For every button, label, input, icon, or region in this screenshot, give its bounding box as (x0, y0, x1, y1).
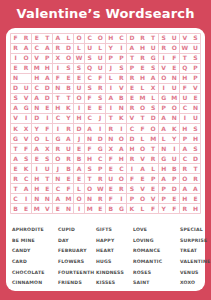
grid-cell[interactable]: F (106, 194, 116, 204)
grid-cell[interactable]: Y (32, 124, 42, 134)
grid-cell[interactable]: H (42, 64, 52, 74)
grid-cell[interactable]: A (180, 144, 190, 154)
grid-cell[interactable]: O (74, 94, 84, 104)
grid-cell[interactable]: M (148, 134, 158, 144)
grid-cell[interactable]: E (106, 184, 116, 194)
grid-cell[interactable]: A (137, 164, 147, 174)
grid-cell[interactable]: T (106, 114, 116, 124)
grid-cell[interactable]: P (190, 74, 200, 84)
grid-cell[interactable]: R (21, 34, 31, 44)
grid-cell[interactable]: E (32, 34, 42, 44)
grid-cell[interactable]: Q (180, 64, 190, 74)
grid-cell[interactable]: E (42, 104, 52, 114)
grid-cell[interactable]: C (95, 154, 105, 164)
grid-cell[interactable]: N (85, 194, 95, 204)
grid-cell[interactable]: R (21, 64, 31, 74)
grid-cell[interactable]: G (21, 104, 31, 114)
grid-cell[interactable]: N (32, 104, 42, 114)
grid-cell[interactable]: O (137, 104, 147, 114)
grid-cell[interactable]: T (42, 174, 52, 184)
grid-cell[interactable]: K (63, 104, 73, 114)
grid-cell[interactable]: O (169, 104, 179, 114)
grid-cell[interactable]: W (180, 44, 190, 54)
grid-cell[interactable]: R (11, 44, 21, 54)
grid-cell[interactable]: C (85, 74, 95, 84)
grid-cell[interactable]: R (53, 44, 63, 54)
grid-cell[interactable]: A (127, 44, 137, 54)
grid-cell[interactable]: M (85, 204, 95, 214)
grid-cell[interactable]: Y (106, 44, 116, 54)
grid-cell[interactable]: E (190, 94, 200, 104)
grid-cell[interactable]: D (63, 44, 73, 54)
grid-cell[interactable]: A (159, 114, 169, 124)
grid-cell[interactable]: F (106, 154, 116, 164)
grid-cell[interactable]: E (95, 104, 105, 114)
grid-cell[interactable]: U (169, 154, 179, 164)
grid-cell[interactable]: A (148, 74, 158, 84)
grid-cell[interactable]: C (85, 114, 95, 124)
grid-cell[interactable]: O (169, 44, 179, 54)
grid-cell[interactable]: X (148, 84, 158, 94)
grid-cell[interactable]: P (106, 54, 116, 64)
grid-cell[interactable]: B (63, 84, 73, 94)
grid-cell[interactable]: M (169, 94, 179, 104)
grid-cell[interactable]: O (74, 194, 84, 204)
grid-cell[interactable]: O (116, 174, 126, 184)
grid-cell[interactable]: Q (85, 64, 95, 74)
grid-cell[interactable]: R (180, 204, 190, 214)
grid-cell[interactable]: D (32, 114, 42, 124)
grid-cell[interactable]: E (169, 194, 179, 204)
grid-cell[interactable]: T (148, 144, 158, 154)
grid-cell[interactable]: C (11, 194, 21, 204)
grid-cell[interactable]: E (63, 174, 73, 184)
grid-cell[interactable]: O (85, 184, 95, 194)
grid-cell[interactable]: V (116, 84, 126, 94)
grid-cell[interactable]: H (190, 134, 200, 144)
grid-cell[interactable]: O (159, 74, 169, 84)
grid-cell[interactable]: J (74, 134, 84, 144)
grid-cell[interactable]: T (148, 34, 158, 44)
grid-cell[interactable]: S (190, 124, 200, 134)
grid-cell[interactable]: Y (63, 114, 73, 124)
grid-cell[interactable]: E (11, 64, 21, 74)
grid-cell[interactable]: T (11, 144, 21, 154)
grid-cell[interactable]: F (21, 144, 31, 154)
grid-cell[interactable]: I (116, 194, 126, 204)
grid-cell[interactable]: R (190, 174, 200, 184)
grid-cell[interactable]: O (137, 194, 147, 204)
grid-cell[interactable]: R (127, 154, 137, 164)
grid-cell[interactable]: S (148, 104, 158, 114)
grid-cell[interactable]: A (11, 154, 21, 164)
grid-cell[interactable]: C (180, 104, 190, 114)
grid-cell[interactable]: R (116, 184, 126, 194)
grid-cell[interactable]: S (42, 154, 52, 164)
grid-cell[interactable]: I (53, 124, 63, 134)
grid-cell[interactable]: E (95, 204, 105, 214)
grid-cell[interactable]: U (180, 94, 190, 104)
grid-cell[interactable]: R (127, 104, 137, 114)
grid-cell[interactable]: N (32, 194, 42, 204)
grid-cell[interactable]: L (137, 84, 147, 94)
grid-cell[interactable]: I (21, 194, 31, 204)
grid-cell[interactable]: A (21, 44, 31, 54)
grid-cell[interactable]: G (95, 144, 105, 154)
grid-cell[interactable]: L (137, 204, 147, 214)
grid-cell[interactable]: A (74, 164, 84, 174)
grid-cell[interactable]: F (42, 124, 52, 134)
grid-cell[interactable]: I (116, 44, 126, 54)
grid-cell[interactable]: H (32, 184, 42, 194)
grid-cell[interactable]: B (63, 164, 73, 174)
grid-cell[interactable]: N (116, 104, 126, 114)
grid-cell[interactable]: S (74, 64, 84, 74)
grid-cell[interactable]: S (190, 34, 200, 44)
grid-cell[interactable]: T (190, 164, 200, 174)
grid-cell[interactable]: S (85, 164, 95, 174)
grid-cell[interactable]: B (11, 204, 21, 214)
grid-cell[interactable]: L (137, 134, 147, 144)
grid-cell[interactable]: I (180, 114, 190, 124)
grid-cell[interactable]: H (116, 154, 126, 164)
grid-cell[interactable]: F (95, 74, 105, 84)
grid-cell[interactable]: O (95, 34, 105, 44)
grid-cell[interactable]: R (137, 54, 147, 64)
grid-cell[interactable]: P (42, 54, 52, 64)
grid-cell[interactable]: W (74, 54, 84, 64)
grid-cell[interactable]: V (159, 64, 169, 74)
grid-cell[interactable]: K (169, 124, 179, 134)
grid-cell[interactable]: T (137, 114, 147, 124)
grid-cell[interactable]: S (11, 94, 21, 104)
grid-cell[interactable]: I (21, 114, 31, 124)
grid-cell[interactable]: V (137, 184, 147, 194)
grid-cell[interactable]: F (137, 124, 147, 134)
grid-cell[interactable]: C (32, 44, 42, 54)
grid-cell[interactable]: S (116, 64, 126, 74)
grid-cell[interactable]: H (53, 104, 63, 114)
grid-cell[interactable]: V (42, 204, 52, 214)
grid-cell[interactable]: P (127, 64, 137, 74)
grid-cell[interactable]: N (190, 104, 200, 114)
grid-cell[interactable]: I (106, 84, 116, 94)
grid-cell[interactable]: C (21, 174, 31, 184)
grid-cell[interactable]: E (106, 164, 116, 174)
grid-cell[interactable]: V (21, 134, 31, 144)
grid-cell[interactable]: E (74, 74, 84, 84)
grid-cell[interactable]: N (42, 194, 52, 204)
grid-cell[interactable]: P (159, 194, 169, 204)
grid-cell[interactable]: H (74, 114, 84, 124)
grid-cell[interactable]: N (169, 114, 179, 124)
grid-cell[interactable]: P (190, 64, 200, 74)
grid-cell[interactable]: S (190, 54, 200, 64)
grid-cell[interactable]: T (85, 174, 95, 184)
grid-cell[interactable]: H (180, 124, 190, 134)
grid-cell[interactable]: H (127, 144, 137, 154)
grid-cell[interactable]: F (53, 74, 63, 84)
grid-cell[interactable]: H (159, 164, 169, 174)
grid-cell[interactable]: J (95, 114, 105, 124)
grid-cell[interactable]: H (85, 154, 95, 164)
grid-cell[interactable]: N (159, 144, 169, 154)
grid-cell[interactable]: F (63, 184, 73, 194)
grid-cell[interactable]: L (148, 164, 158, 174)
grid-cell[interactable]: R (63, 124, 73, 134)
grid-cell[interactable]: R (106, 124, 116, 134)
grid-cell[interactable]: E (85, 104, 95, 114)
grid-cell[interactable]: N (85, 134, 95, 144)
grid-cell[interactable]: I (53, 64, 63, 74)
grid-cell[interactable]: R (11, 174, 21, 184)
grid-cell[interactable]: N (169, 74, 179, 84)
grid-cell[interactable]: Y (159, 204, 169, 214)
grid-cell[interactable]: D (190, 154, 200, 164)
grid-cell[interactable]: P (148, 174, 158, 184)
grid-cell[interactable]: F (180, 84, 190, 94)
grid-cell[interactable]: X (106, 144, 116, 154)
grid-cell[interactable]: F (169, 54, 179, 64)
grid-cell[interactable]: O (63, 54, 73, 64)
grid-cell[interactable]: D (74, 124, 84, 134)
grid-cell[interactable]: S (85, 84, 95, 94)
grid-cell[interactable]: A (106, 94, 116, 104)
grid-cell[interactable]: S (148, 64, 158, 74)
grid-cell[interactable]: M (63, 194, 73, 204)
grid-cell[interactable]: H (32, 74, 42, 84)
grid-cell[interactable]: N (53, 174, 63, 184)
grid-cell[interactable]: J (53, 164, 63, 174)
grid-cell[interactable]: L (95, 44, 105, 54)
grid-cell[interactable]: C (127, 124, 137, 134)
grid-cell[interactable]: R (180, 164, 190, 174)
grid-cell[interactable]: E (42, 184, 52, 194)
grid-cell[interactable]: S (190, 144, 200, 154)
grid-cell[interactable]: W (95, 184, 105, 194)
grid-cell[interactable]: A (42, 74, 52, 84)
grid-cell[interactable]: P (116, 54, 126, 64)
grid-cell[interactable]: U (190, 114, 200, 124)
grid-cell[interactable]: A (63, 134, 73, 144)
grid-cell[interactable]: E (127, 84, 137, 94)
grid-cell[interactable]: E (137, 174, 147, 184)
grid-cell[interactable]: U (21, 84, 31, 94)
grid-cell[interactable]: R (95, 84, 105, 94)
grid-cell[interactable]: T (11, 184, 21, 194)
grid-cell[interactable]: A (159, 174, 169, 184)
grid-cell[interactable]: T (53, 94, 63, 104)
grid-cell[interactable]: L (74, 44, 84, 54)
grid-cell[interactable]: D (42, 84, 52, 94)
grid-cell[interactable]: B (116, 94, 126, 104)
grid-cell[interactable]: R (95, 194, 105, 204)
grid-cell[interactable]: D (11, 84, 21, 94)
grid-cell[interactable]: N (11, 74, 21, 84)
grid-cell[interactable]: R (63, 154, 73, 164)
grid-cell[interactable]: F (148, 204, 158, 214)
grid-cell[interactable]: B (74, 154, 84, 164)
grid-cell[interactable]: E (21, 204, 31, 214)
grid-cell[interactable]: R (148, 154, 158, 164)
grid-cell[interactable]: U (106, 174, 116, 184)
grid-cell[interactable]: O (53, 154, 63, 164)
grid-cell[interactable]: G (53, 134, 63, 144)
grid-cell[interactable]: S (127, 184, 137, 194)
grid-cell[interactable]: E (63, 74, 73, 84)
grid-cell[interactable]: C (32, 84, 42, 94)
grid-cell[interactable]: E (74, 174, 84, 184)
grid-cell[interactable]: C (116, 34, 126, 44)
grid-cell[interactable]: D (95, 134, 105, 144)
grid-cell[interactable]: V (137, 154, 147, 164)
grid-cell[interactable]: E (11, 164, 21, 174)
grid-cell[interactable]: M (32, 64, 42, 74)
grid-cell[interactable]: K (116, 114, 126, 124)
grid-cell[interactable]: A (32, 94, 42, 104)
grid-cell[interactable]: A (42, 44, 52, 54)
grid-cell[interactable]: T (63, 94, 73, 104)
grid-cell[interactable]: I (116, 124, 126, 134)
grid-cell[interactable]: R (116, 74, 126, 84)
grid-cell[interactable]: A (53, 194, 63, 204)
grid-cell[interactable]: N (63, 204, 73, 214)
grid-cell[interactable]: T (42, 34, 52, 44)
grid-cell[interactable]: I (74, 104, 84, 114)
grid-cell[interactable]: U (169, 34, 179, 44)
grid-cell[interactable]: N (106, 134, 116, 144)
grid-cell[interactable]: I (159, 84, 169, 94)
grid-cell[interactable]: P (159, 184, 169, 194)
grid-cell[interactable]: C (116, 164, 126, 174)
grid-cell[interactable]: O (116, 134, 126, 144)
grid-cell[interactable]: P (159, 104, 169, 114)
grid-cell[interactable]: O (21, 54, 31, 64)
grid-cell[interactable]: A (32, 144, 42, 154)
grid-cell[interactable]: G (116, 204, 126, 214)
grid-cell[interactable]: B (169, 164, 179, 174)
grid-cell[interactable]: X (42, 144, 52, 154)
grid-cell[interactable]: S (159, 34, 169, 44)
grid-cell[interactable]: F (85, 94, 95, 104)
grid-cell[interactable]: E (190, 194, 200, 204)
grid-cell[interactable] (21, 74, 31, 84)
grid-cell[interactable]: A (190, 184, 200, 194)
grid-cell[interactable]: A (53, 34, 63, 44)
grid-cell[interactable]: X (53, 54, 63, 64)
grid-cell[interactable]: R (137, 34, 147, 44)
grid-cell[interactable]: L (63, 34, 73, 44)
grid-cell[interactable]: V (190, 84, 200, 94)
grid-cell[interactable]: H (180, 74, 190, 84)
grid-cell[interactable]: I (169, 144, 179, 154)
grid-cell[interactable]: C (85, 34, 95, 44)
grid-cell[interactable]: U (169, 84, 179, 94)
grid-cell[interactable]: I (95, 124, 105, 134)
grid-cell[interactable]: S (85, 54, 95, 64)
grid-cell[interactable]: H (190, 204, 200, 214)
grid-cell[interactable]: K (21, 164, 31, 174)
grid-cell[interactable]: A (180, 184, 190, 194)
grid-cell[interactable]: E (127, 94, 137, 104)
grid-cell[interactable]: H (32, 174, 42, 184)
grid-cell[interactable]: H (137, 44, 147, 54)
grid-cell[interactable]: O (137, 144, 147, 154)
grid-cell[interactable]: V (127, 114, 137, 124)
grid-cell[interactable]: V (180, 34, 190, 44)
grid-cell[interactable]: E (137, 64, 147, 74)
grid-cell[interactable]: T (127, 54, 137, 64)
grid-cell[interactable]: L (106, 74, 116, 84)
grid-cell[interactable]: A (85, 124, 95, 134)
grid-cell[interactable]: I (106, 104, 116, 114)
grid-cell[interactable]: P (169, 174, 179, 184)
grid-cell[interactable]: E (169, 64, 179, 74)
grid-cell[interactable]: Y (169, 134, 179, 144)
grid-cell[interactable]: I (127, 164, 137, 174)
grid-cell[interactable]: R (53, 144, 63, 154)
grid-cell[interactable]: O (180, 174, 190, 184)
grid-cell[interactable]: R (127, 74, 137, 84)
grid-cell[interactable]: F (11, 34, 21, 44)
grid-cell[interactable]: F (169, 204, 179, 214)
grid-cell[interactable]: U (63, 144, 73, 154)
grid-cell[interactable]: X (21, 124, 31, 134)
grid-cell[interactable]: U (95, 54, 105, 64)
grid-cell[interactable]: M (137, 94, 147, 104)
grid-cell[interactable]: O (148, 124, 158, 134)
grid-cell[interactable]: G (148, 54, 158, 64)
grid-cell[interactable]: I (159, 54, 169, 64)
grid-cell[interactable]: R (95, 174, 105, 184)
grid-cell[interactable]: A (116, 144, 126, 154)
grid-cell[interactable]: C (180, 154, 190, 164)
grid-cell[interactable]: U (85, 44, 95, 54)
grid-cell[interactable]: A (21, 184, 31, 194)
grid-cell[interactable]: D (127, 34, 137, 44)
grid-cell[interactable]: B (106, 204, 116, 214)
grid-cell[interactable]: D (42, 94, 52, 104)
grid-cell[interactable]: P (180, 134, 190, 144)
grid-cell[interactable]: N (53, 84, 63, 94)
grid-cell[interactable]: D (169, 184, 179, 194)
grid-cell[interactable]: F (85, 144, 95, 154)
grid-cell[interactable]: H (180, 194, 190, 204)
grid-cell[interactable]: F (127, 174, 137, 184)
grid-cell[interactable]: J (106, 64, 116, 74)
grid-cell[interactable]: P (127, 194, 137, 204)
grid-cell[interactable]: D (127, 134, 137, 144)
grid-cell[interactable]: E (32, 154, 42, 164)
grid-cell[interactable]: C (53, 184, 63, 194)
grid-cell[interactable]: A (11, 104, 21, 114)
grid-cell[interactable]: E (74, 144, 84, 154)
grid-cell[interactable]: R (159, 44, 169, 54)
grid-cell[interactable]: I (32, 164, 42, 174)
grid-cell[interactable]: K (11, 124, 21, 134)
grid-cell[interactable]: O (32, 134, 42, 144)
grid-cell[interactable]: V (11, 114, 21, 124)
grid-cell[interactable]: I (11, 54, 21, 64)
grid-cell[interactable]: L (74, 184, 84, 194)
grid-cell[interactable]: T (180, 54, 190, 64)
grid-cell[interactable]: U (95, 64, 105, 74)
grid-cell[interactable]: L (42, 134, 52, 144)
grid-cell[interactable]: K (127, 204, 137, 214)
grid-cell[interactable]: U (190, 44, 200, 54)
grid-cell[interactable]: S (21, 154, 31, 164)
grid-cell[interactable]: L (148, 94, 158, 104)
